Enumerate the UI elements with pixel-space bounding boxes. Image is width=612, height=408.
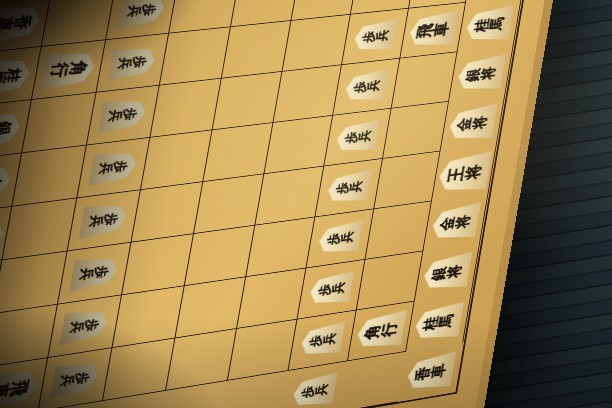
cell-3d[interactable] — [150, 79, 221, 138]
piece-gote-bishop[interactable]: 角行 — [39, 47, 97, 91]
cell-4f[interactable] — [264, 116, 333, 174]
cell-4d[interactable] — [141, 130, 213, 190]
piece-gote-rook[interactable]: 飛車 — [0, 366, 40, 408]
kanji-glyph: 兵 — [313, 383, 328, 397]
kanji-glyph: 将 — [480, 65, 497, 80]
kanji-glyph: 兵 — [357, 130, 372, 143]
piece-sente-pawn[interactable]: 歩兵 — [317, 219, 364, 257]
piece-gote-pawn[interactable]: 歩兵 — [88, 148, 138, 187]
kanji-glyph: 将 — [454, 213, 472, 229]
kanji-glyph: 車 — [0, 382, 12, 400]
piece-gote-gold-general[interactable]: 金将 — [0, 161, 14, 207]
piece-gote-pawn[interactable]: 歩兵 — [50, 359, 101, 400]
photo-stage: 香車桂馬銀将金将玉将金将銀将桂馬香車角行飛車歩兵歩兵歩兵歩兵歩兵歩兵歩兵歩兵歩兵… — [0, 0, 612, 408]
piece-sente-pawn[interactable]: 歩兵 — [325, 169, 372, 207]
cell-2f[interactable] — [282, 15, 350, 72]
piece-gote-pawn[interactable]: 歩兵 — [107, 44, 157, 82]
board-grid: 香車桂馬銀将金将玉将金将銀将桂馬香車角行飛車歩兵歩兵歩兵歩兵歩兵歩兵歩兵歩兵歩兵… — [0, 0, 533, 408]
kanji-glyph: 車 — [0, 16, 15, 32]
cell-2h[interactable]: 飛車 — [400, 3, 466, 59]
cell-3i[interactable]: 銀将 — [449, 46, 514, 102]
cell-3f[interactable] — [273, 65, 342, 123]
kanji-glyph: 兵 — [348, 180, 363, 193]
piece-sente-pawn[interactable]: 歩兵 — [334, 118, 381, 155]
kanji-glyph: 行 — [380, 321, 399, 338]
cell-9i[interactable]: 香車 — [397, 342, 463, 402]
cell-2g[interactable]: 歩兵 — [342, 9, 409, 65]
kanji-glyph: 兵 — [108, 109, 124, 122]
kanji-glyph: 兵 — [89, 214, 105, 228]
cell-8c[interactable]: 歩兵 — [38, 348, 112, 408]
cell-3e[interactable] — [212, 72, 282, 130]
piece-sente-gold-general[interactable]: 金将 — [447, 102, 498, 144]
piece-sente-gold-general[interactable]: 金将 — [430, 201, 481, 244]
piece-sente-pawn[interactable]: 歩兵 — [352, 18, 398, 54]
kanji-glyph: 車 — [432, 21, 451, 37]
kanji-glyph: 将 — [446, 263, 464, 279]
shogi-board: 香車桂馬銀将金将玉将金将銀将桂馬香車角行飛車歩兵歩兵歩兵歩兵歩兵歩兵歩兵歩兵歩兵… — [0, 0, 566, 408]
kanji-glyph: 兵 — [365, 79, 380, 92]
cell-2c[interactable]: 歩兵 — [96, 34, 169, 93]
piece-sente-pawn[interactable]: 歩兵 — [343, 68, 389, 105]
cell-4h[interactable] — [383, 102, 449, 159]
piece-gote-lance[interactable]: 香車 — [0, 1, 43, 45]
piece-gote-knight[interactable]: 桂馬 — [0, 54, 33, 99]
piece-sente-king[interactable]: 王将 — [436, 150, 492, 197]
piece-sente-pawn[interactable]: 歩兵 — [308, 270, 355, 309]
piece-sente-knight[interactable]: 桂馬 — [413, 300, 464, 344]
kanji-glyph: 将 — [463, 163, 483, 180]
kanji-glyph: 兵 — [79, 267, 95, 281]
kanji-glyph: 将 — [471, 114, 488, 129]
kanji-glyph: 行 — [49, 62, 70, 79]
kanji-glyph: 馬 — [488, 16, 505, 31]
cell-2d[interactable] — [160, 27, 231, 85]
cell-4i[interactable]: 金将 — [440, 95, 505, 152]
cell-3b[interactable] — [22, 93, 96, 154]
cell-2b[interactable]: 角行 — [32, 40, 106, 100]
cell-2i[interactable]: 桂馬 — [457, 0, 521, 52]
piece-sente-silver-general[interactable]: 銀将 — [421, 251, 472, 294]
cell-4e[interactable] — [203, 123, 273, 182]
kanji-glyph: 馬 — [0, 69, 5, 85]
piece-sente-lance[interactable]: 香車 — [404, 350, 456, 394]
kanji-glyph: 兵 — [321, 332, 336, 345]
kanji-glyph: 兵 — [330, 281, 345, 294]
kanji-glyph: 兵 — [339, 231, 354, 244]
cell-3c[interactable]: 歩兵 — [87, 86, 160, 146]
kanji-glyph: 兵 — [374, 29, 389, 42]
cell-3g[interactable]: 歩兵 — [333, 59, 400, 116]
kanji-glyph: 兵 — [60, 373, 76, 387]
piece-gote-pawn[interactable]: 歩兵 — [98, 96, 148, 134]
piece-sente-pawn[interactable]: 歩兵 — [361, 0, 407, 4]
piece-gote-pawn[interactable]: 歩兵 — [69, 253, 120, 293]
kanji-glyph: 車 — [429, 363, 447, 379]
piece-sente-knight[interactable]: 桂馬 — [464, 4, 515, 45]
piece-gote-pawn[interactable]: 歩兵 — [117, 0, 167, 29]
kanji-glyph: 兵 — [127, 5, 143, 18]
kanji-glyph: 馬 — [437, 313, 455, 329]
cell-3h[interactable] — [392, 52, 458, 108]
kanji-glyph: 兵 — [69, 320, 85, 334]
cell-9h[interactable] — [339, 352, 406, 408]
piece-sente-pawn[interactable]: 歩兵 — [299, 321, 346, 360]
piece-sente-rook[interactable]: 飛車 — [407, 10, 459, 51]
piece-gote-pawn[interactable]: 歩兵 — [79, 201, 130, 240]
kanji-glyph: 金 — [0, 174, 3, 191]
cell-2e[interactable] — [222, 21, 292, 79]
kanji-glyph: 兵 — [117, 57, 133, 70]
piece-sente-pawn[interactable]: 歩兵 — [290, 372, 337, 408]
cell-4g[interactable]: 歩兵 — [324, 109, 391, 167]
piece-sente-bishop[interactable]: 角行 — [355, 309, 408, 353]
piece-gote-silver-general[interactable]: 銀将 — [0, 107, 23, 152]
kanji-glyph: 兵 — [98, 162, 114, 175]
piece-gote-pawn[interactable]: 歩兵 — [59, 306, 110, 346]
piece-sente-silver-general[interactable]: 銀将 — [455, 53, 506, 94]
kanji-glyph: 銀 — [0, 121, 13, 138]
